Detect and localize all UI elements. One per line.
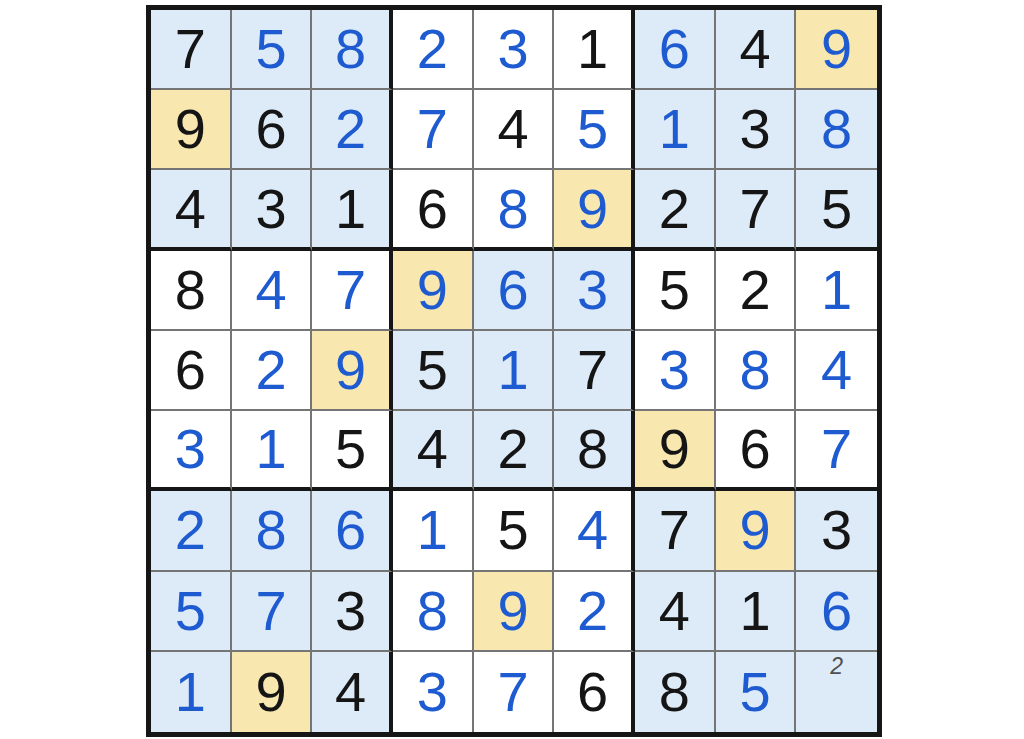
digit: 7 bbox=[417, 101, 448, 157]
digit: 5 bbox=[335, 421, 366, 477]
cell-r2c5[interactable]: 4 bbox=[474, 90, 555, 170]
digit: 5 bbox=[739, 664, 770, 720]
cell-r2c9[interactable]: 8 bbox=[796, 90, 877, 170]
digit: 9 bbox=[497, 583, 528, 639]
cell-r3c7[interactable]: 2 bbox=[635, 170, 716, 250]
cell-r7c3[interactable]: 6 bbox=[312, 491, 393, 571]
cell-r8c2[interactable]: 7 bbox=[232, 572, 313, 652]
digit: 1 bbox=[577, 21, 608, 77]
digit: 9 bbox=[417, 262, 448, 318]
digit: 8 bbox=[577, 421, 608, 477]
cell-r8c3[interactable]: 3 bbox=[312, 572, 393, 652]
cell-r4c9[interactable]: 1 bbox=[796, 251, 877, 331]
digit: 4 bbox=[821, 342, 852, 398]
digit: 3 bbox=[497, 21, 528, 77]
digit: 6 bbox=[335, 502, 366, 558]
digit: 9 bbox=[255, 664, 286, 720]
digit: 3 bbox=[335, 583, 366, 639]
cell-r1c9[interactable]: 9 bbox=[796, 10, 877, 90]
digit: 5 bbox=[659, 262, 690, 318]
cell-r1c7[interactable]: 6 bbox=[635, 10, 716, 90]
cell-r4c1[interactable]: 8 bbox=[151, 251, 232, 331]
cell-r2c3[interactable]: 2 bbox=[312, 90, 393, 170]
digit: 7 bbox=[577, 342, 608, 398]
digit: 3 bbox=[577, 262, 608, 318]
digit: 3 bbox=[659, 342, 690, 398]
digit: 7 bbox=[821, 421, 852, 477]
digit: 1 bbox=[497, 342, 528, 398]
digit: 4 bbox=[335, 664, 366, 720]
cell-r9c7[interactable]: 8 bbox=[635, 652, 716, 732]
digit: 6 bbox=[659, 21, 690, 77]
digit: 7 bbox=[497, 664, 528, 720]
digit: 9 bbox=[821, 21, 852, 77]
digit: 7 bbox=[255, 583, 286, 639]
cell-r9c1[interactable]: 1 bbox=[151, 652, 232, 732]
digit: 3 bbox=[739, 101, 770, 157]
cell-r8c1[interactable]: 5 bbox=[151, 572, 232, 652]
cell-r3c1[interactable]: 4 bbox=[151, 170, 232, 250]
cell-r3c6[interactable]: 9 bbox=[554, 170, 635, 250]
digit: 4 bbox=[175, 181, 206, 237]
digit: 9 bbox=[577, 181, 608, 237]
digit: 1 bbox=[659, 101, 690, 157]
cell-r7c5[interactable]: 5 bbox=[474, 491, 555, 571]
digit: 6 bbox=[821, 583, 852, 639]
digit: 4 bbox=[417, 421, 448, 477]
cell-r7c2[interactable]: 8 bbox=[232, 491, 313, 571]
digit: 4 bbox=[497, 101, 528, 157]
cell-r3c5[interactable]: 8 bbox=[474, 170, 555, 250]
digit: 5 bbox=[255, 21, 286, 77]
digit: 7 bbox=[335, 262, 366, 318]
cell-r7c6[interactable]: 4 bbox=[554, 491, 635, 571]
digit: 8 bbox=[255, 502, 286, 558]
digit: 1 bbox=[335, 181, 366, 237]
cell-r1c6[interactable]: 1 bbox=[554, 10, 635, 90]
digit: 8 bbox=[659, 664, 690, 720]
cell-r3c4[interactable]: 6 bbox=[393, 170, 474, 250]
cell-r6c4[interactable]: 4 bbox=[393, 411, 474, 491]
cell-r6c3[interactable]: 5 bbox=[312, 411, 393, 491]
cell-r2c8[interactable]: 3 bbox=[716, 90, 797, 170]
cell-r3c9[interactable]: 5 bbox=[796, 170, 877, 250]
cell-r6c2[interactable]: 1 bbox=[232, 411, 313, 491]
cell-r7c4[interactable]: 1 bbox=[393, 491, 474, 571]
digit: 5 bbox=[175, 583, 206, 639]
cell-r7c1[interactable]: 2 bbox=[151, 491, 232, 571]
digit: 1 bbox=[175, 664, 206, 720]
cell-r5c8[interactable]: 8 bbox=[716, 331, 797, 411]
digit: 2 bbox=[659, 181, 690, 237]
cell-r1c4[interactable]: 2 bbox=[393, 10, 474, 90]
cell-r4c3[interactable]: 7 bbox=[312, 251, 393, 331]
digit: 2 bbox=[175, 502, 206, 558]
cell-r4c4[interactable]: 9 bbox=[393, 251, 474, 331]
cell-r4c8[interactable]: 2 bbox=[716, 251, 797, 331]
digit: 3 bbox=[417, 664, 448, 720]
digit: 2 bbox=[417, 21, 448, 77]
cell-r5c5[interactable]: 1 bbox=[474, 331, 555, 411]
pencil-mark: 2 bbox=[830, 654, 843, 679]
cell-r9c9[interactable]: 2 bbox=[796, 652, 877, 732]
cell-r6c1[interactable]: 3 bbox=[151, 411, 232, 491]
digit: 3 bbox=[175, 421, 206, 477]
cell-r9c3[interactable]: 4 bbox=[312, 652, 393, 732]
digit: 6 bbox=[497, 262, 528, 318]
cell-r6c9[interactable]: 7 bbox=[796, 411, 877, 491]
cell-r5c9[interactable]: 4 bbox=[796, 331, 877, 411]
digit: 2 bbox=[577, 583, 608, 639]
digit: 4 bbox=[739, 21, 770, 77]
digit: 5 bbox=[417, 342, 448, 398]
digit: 4 bbox=[577, 502, 608, 558]
cell-r1c2[interactable]: 5 bbox=[232, 10, 313, 90]
digit: 3 bbox=[255, 181, 286, 237]
digit: 7 bbox=[659, 502, 690, 558]
cell-r4c5[interactable]: 6 bbox=[474, 251, 555, 331]
cell-r6c8[interactable]: 6 bbox=[716, 411, 797, 491]
digit: 8 bbox=[175, 262, 206, 318]
cell-r9c5[interactable]: 7 bbox=[474, 652, 555, 732]
cell-r9c8[interactable]: 5 bbox=[716, 652, 797, 732]
cell-r8c9[interactable]: 6 bbox=[796, 572, 877, 652]
digit: 1 bbox=[255, 421, 286, 477]
digit: 9 bbox=[335, 342, 366, 398]
digit: 5 bbox=[821, 181, 852, 237]
cell-r4c7[interactable]: 5 bbox=[635, 251, 716, 331]
digit: 2 bbox=[255, 342, 286, 398]
digit: 4 bbox=[659, 583, 690, 639]
cell-r4c2[interactable]: 4 bbox=[232, 251, 313, 331]
digit: 8 bbox=[497, 181, 528, 237]
cell-r5c4[interactable]: 5 bbox=[393, 331, 474, 411]
digit: 3 bbox=[821, 502, 852, 558]
cell-r9c2[interactable]: 9 bbox=[232, 652, 313, 732]
cell-r1c5[interactable]: 3 bbox=[474, 10, 555, 90]
digit: 8 bbox=[821, 101, 852, 157]
digit: 9 bbox=[739, 502, 770, 558]
cell-r1c3[interactable]: 8 bbox=[312, 10, 393, 90]
digit: 4 bbox=[255, 262, 286, 318]
cell-r2c7[interactable]: 1 bbox=[635, 90, 716, 170]
cell-r2c1[interactable]: 9 bbox=[151, 90, 232, 170]
digit: 6 bbox=[739, 421, 770, 477]
sudoku-page: 7582316499627451384316892758479635216295… bbox=[0, 0, 1024, 739]
cell-r5c2[interactable]: 2 bbox=[232, 331, 313, 411]
digit: 1 bbox=[417, 502, 448, 558]
cell-r2c6[interactable]: 5 bbox=[554, 90, 635, 170]
digit: 6 bbox=[577, 664, 608, 720]
cell-r9c4[interactable]: 3 bbox=[393, 652, 474, 732]
cell-r9c6[interactable]: 6 bbox=[554, 652, 635, 732]
cell-r3c2[interactable]: 3 bbox=[232, 170, 313, 250]
digit: 2 bbox=[739, 262, 770, 318]
cell-r6c6[interactable]: 8 bbox=[554, 411, 635, 491]
cell-r5c6[interactable]: 7 bbox=[554, 331, 635, 411]
cell-r4c6[interactable]: 3 bbox=[554, 251, 635, 331]
digit: 1 bbox=[739, 583, 770, 639]
cell-r5c3[interactable]: 9 bbox=[312, 331, 393, 411]
cell-r5c1[interactable]: 6 bbox=[151, 331, 232, 411]
digit: 8 bbox=[335, 21, 366, 77]
digit: 5 bbox=[497, 502, 528, 558]
digit: 8 bbox=[417, 583, 448, 639]
cell-r6c7[interactable]: 9 bbox=[635, 411, 716, 491]
cell-r7c8[interactable]: 9 bbox=[716, 491, 797, 571]
digit: 7 bbox=[175, 21, 206, 77]
cell-r5c7[interactable]: 3 bbox=[635, 331, 716, 411]
cell-r8c8[interactable]: 1 bbox=[716, 572, 797, 652]
cell-r3c3[interactable]: 1 bbox=[312, 170, 393, 250]
cell-r2c4[interactable]: 7 bbox=[393, 90, 474, 170]
digit: 7 bbox=[739, 181, 770, 237]
digit: 1 bbox=[821, 262, 852, 318]
cell-r6c5[interactable]: 2 bbox=[474, 411, 555, 491]
cell-r8c4[interactable]: 8 bbox=[393, 572, 474, 652]
cell-r8c7[interactable]: 4 bbox=[635, 572, 716, 652]
cell-r7c7[interactable]: 7 bbox=[635, 491, 716, 571]
cell-r3c8[interactable]: 7 bbox=[716, 170, 797, 250]
digit: 2 bbox=[497, 421, 528, 477]
digit: 5 bbox=[577, 101, 608, 157]
cell-r1c8[interactable]: 4 bbox=[716, 10, 797, 90]
cell-r8c5[interactable]: 9 bbox=[474, 572, 555, 652]
cell-r2c2[interactable]: 6 bbox=[232, 90, 313, 170]
digit: 6 bbox=[255, 101, 286, 157]
cell-r7c9[interactable]: 3 bbox=[796, 491, 877, 571]
digit: 8 bbox=[739, 342, 770, 398]
cell-r8c6[interactable]: 2 bbox=[554, 572, 635, 652]
digit: 6 bbox=[175, 342, 206, 398]
digit: 9 bbox=[659, 421, 690, 477]
digit: 2 bbox=[335, 101, 366, 157]
cell-r1c1[interactable]: 7 bbox=[151, 10, 232, 90]
digit: 6 bbox=[417, 181, 448, 237]
sudoku-board: 7582316499627451384316892758479635216295… bbox=[146, 5, 882, 737]
digit: 9 bbox=[175, 101, 206, 157]
